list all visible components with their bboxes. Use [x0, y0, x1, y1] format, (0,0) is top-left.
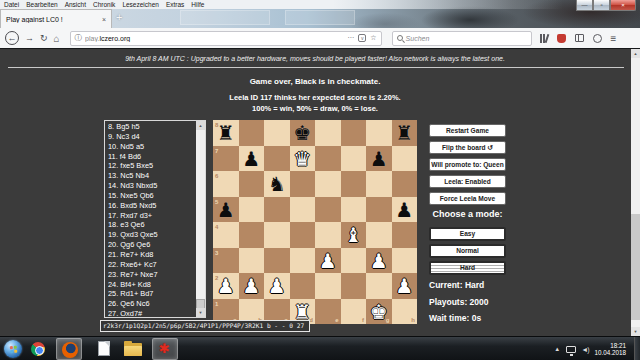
square-b7[interactable]: ♟: [239, 146, 265, 172]
ublock-icon[interactable]: [557, 34, 566, 43]
rank-label: 3: [215, 250, 218, 256]
tray-expand-icon[interactable]: ▲: [554, 346, 560, 352]
tab-title: Play against LC0 !: [6, 16, 102, 23]
menu-item-ansicht[interactable]: Ansicht: [65, 0, 86, 9]
score-hint: 100% = win, 50% = draw, 0% = lose.: [0, 104, 630, 113]
square-f7[interactable]: [341, 146, 367, 172]
rank-label: 1: [215, 301, 218, 307]
start-button[interactable]: [4, 340, 22, 358]
clock-date: 10.04.2018: [594, 349, 626, 357]
piece-wp: ♟: [366, 248, 392, 274]
square-d3[interactable]: [290, 248, 316, 274]
square-d8[interactable]: ♚: [290, 120, 316, 146]
page-content: 9th April 8 AM UTC : Upgraded to a bette…: [0, 49, 640, 336]
library-icon[interactable]: [540, 34, 548, 43]
piece-bp: ♟: [392, 197, 418, 223]
square-c4[interactable]: [264, 222, 290, 248]
leela-enabled-button[interactable]: Leela: Enabled: [429, 175, 506, 188]
taskbar: ✱ ▲ ◄) 18:21 10.04.2018: [0, 336, 640, 360]
move-list-text: 8. Bg5 h5 9. Nc3 d4 10. Nd5 a5 11. f4 Bd…: [108, 122, 194, 316]
square-b2[interactable]: ♟: [239, 273, 265, 299]
menu-bar: DateiBearbeitenAnsichtChronikLesezeichen…: [0, 0, 640, 9]
piece-wk: ♚: [366, 299, 392, 325]
rank-label: 4: [215, 224, 218, 230]
back-icon[interactable]: ←: [5, 31, 19, 45]
site-info-icon[interactable]: ⓘ: [75, 33, 83, 43]
screen: DateiBearbeitenAnsichtChronikLesezeichen…: [0, 0, 640, 360]
url-bar[interactable]: ⓘ play.lczero.org ⋯ ∨ ☆: [70, 31, 382, 46]
toolbar-icons: ≡: [540, 33, 623, 44]
page-actions-icon[interactable]: ⋯: [347, 34, 354, 42]
square-h5[interactable]: ♟: [392, 197, 418, 223]
wait-time-label: Wait time: 0s: [429, 313, 481, 323]
scrollbar-thumb[interactable]: [631, 214, 640, 320]
reload-icon[interactable]: ↻: [40, 33, 48, 43]
search-placeholder: Suchen: [406, 35, 430, 42]
piece-br: ♜: [213, 120, 239, 146]
square-c5[interactable]: [264, 197, 290, 223]
square-e2[interactable]: [315, 273, 341, 299]
menu-hamburger-icon[interactable]: ≡: [611, 33, 617, 44]
square-b3[interactable]: [239, 248, 265, 274]
firefox-icon: [62, 342, 78, 358]
square-g3[interactable]: ♟: [366, 248, 392, 274]
piece-bp: ♟: [213, 197, 239, 223]
piece-wp: ♟: [239, 273, 265, 299]
flip-the-board-button[interactable]: Flip the board ↺: [429, 141, 506, 154]
piece-br: ♜: [392, 120, 418, 146]
fen-input[interactable]: r2k3r/1p1Q2p1/2n5/p6p/5B2/4P1P1/PPP4P/3R…: [100, 320, 310, 332]
mode-heading: Choose a mode:: [429, 209, 506, 219]
taskbar-clock[interactable]: 18:21 10.04.2018: [594, 342, 626, 357]
scroll-down-icon[interactable]: ▼: [631, 327, 640, 336]
score-heading: Leela ID 117 thinks her expected score i…: [0, 93, 630, 102]
extension-icon[interactable]: [593, 34, 602, 43]
scroll-up-icon[interactable]: ▲: [631, 49, 640, 58]
square-h8[interactable]: ♜: [392, 120, 418, 146]
tab-close-icon[interactable]: ×: [102, 16, 106, 23]
nav-toolbar: ← → ↻ ⌂ ⓘ play.lczero.org ⋯ ∨ ☆ Suchen ≡: [0, 28, 640, 49]
square-b5[interactable]: [239, 197, 265, 223]
scroll-down-icon[interactable]: ▼: [196, 308, 205, 317]
red-app-icon: ✱: [159, 341, 170, 356]
square-d2[interactable]: [290, 273, 316, 299]
mode-hard-button[interactable]: Hard: [429, 261, 506, 275]
page-scrollbar[interactable]: ▲ ▼: [631, 49, 640, 336]
piece-bp: ♟: [239, 146, 265, 172]
square-d5[interactable]: [290, 197, 316, 223]
browser-tab[interactable]: Play against LC0 ! ×: [0, 9, 112, 28]
square-a7[interactable]: 7: [213, 146, 239, 172]
square-g1[interactable]: g♚: [366, 299, 392, 325]
app-taskbar-button[interactable]: ✱: [152, 338, 178, 360]
url-text: play.lczero.org: [85, 35, 343, 42]
home-icon[interactable]: ⌂: [54, 33, 60, 44]
chess-board: 8♜♚♜7♟♛♟6♞5♟♟4♝3♟♟2♟♟♟♟1abcd♜efg♚h: [213, 120, 417, 324]
square-h7[interactable]: [392, 146, 418, 172]
divider: [8, 67, 624, 68]
clock-time: 18:21: [594, 342, 626, 350]
menu-item-extras[interactable]: Extras: [166, 0, 184, 9]
square-e6[interactable]: [315, 171, 341, 197]
mode-easy-button[interactable]: Easy: [429, 227, 506, 241]
square-b6[interactable]: [239, 171, 265, 197]
file-label: f: [362, 317, 364, 323]
playouts-label: Playouts: 2000: [429, 297, 489, 307]
square-f8[interactable]: [341, 120, 367, 146]
scroll-up-icon[interactable]: ▲: [196, 121, 205, 130]
maximize-button[interactable]: ▫: [593, 0, 610, 11]
search-icon: [397, 35, 403, 41]
move-list-scrollbar[interactable]: ▲ ▼: [196, 121, 205, 317]
piece-bk: ♚: [290, 120, 316, 146]
square-e8[interactable]: [315, 120, 341, 146]
rank-label: 6: [215, 173, 218, 179]
rank-label: 7: [215, 148, 218, 154]
menu-item-datei[interactable]: Datei: [4, 0, 19, 9]
site-notice: 9th April 8 AM UTC : Upgraded to a bette…: [0, 55, 630, 62]
url-domain: lczero.org: [99, 35, 130, 42]
restart-game-button[interactable]: Restart Game: [429, 124, 506, 137]
square-a3[interactable]: 3: [213, 248, 239, 274]
square-f6[interactable]: [341, 171, 367, 197]
piece-bp: ♟: [366, 146, 392, 172]
windows-logo-icon: [9, 345, 18, 354]
square-e4[interactable]: [315, 222, 341, 248]
square-f2[interactable]: [341, 273, 367, 299]
piece-wq: ♛: [290, 146, 316, 172]
square-g6[interactable]: [366, 171, 392, 197]
wallpaper-blob: [180, 10, 270, 25]
menu-item-bearbeiten[interactable]: Bearbeiten: [26, 0, 57, 9]
will-promote-to-queen-button[interactable]: Will promote to: Queen: [429, 158, 506, 171]
square-c6[interactable]: ♞: [264, 171, 290, 197]
piece-wp: ♟: [315, 248, 341, 274]
close-button[interactable]: ×: [610, 0, 636, 11]
square-f3[interactable]: [341, 248, 367, 274]
square-b8[interactable]: [239, 120, 265, 146]
square-a2[interactable]: 2♟: [213, 273, 239, 299]
square-g7[interactable]: ♟: [366, 146, 392, 172]
piece-wp: ♟: [213, 273, 239, 299]
window-controls: — ▫ ×: [576, 0, 636, 11]
pocket-icon[interactable]: ∨: [358, 34, 366, 42]
system-tray: ▲ ◄) 18:21 10.04.2018: [554, 337, 640, 360]
document-icon[interactable]: [98, 341, 110, 356]
piece-wp: ♟: [264, 273, 290, 299]
square-c3[interactable]: [264, 248, 290, 274]
volume-icon[interactable]: ◄): [581, 346, 588, 353]
mode-normal-button[interactable]: Normal: [429, 244, 506, 258]
move-list[interactable]: 8. Bg5 h5 9. Nc3 d4 10. Nd5 a5 11. f4 Bd…: [104, 120, 206, 318]
network-display-icon[interactable]: [566, 346, 576, 353]
firefox-taskbar-button[interactable]: [56, 338, 82, 360]
square-c7[interactable]: [264, 146, 290, 172]
square-g4[interactable]: [366, 222, 392, 248]
square-d7[interactable]: ♛: [290, 146, 316, 172]
current-mode-label: Current: Hard: [429, 280, 484, 290]
square-g8[interactable]: [366, 120, 392, 146]
piece-wp: ♟: [392, 273, 418, 299]
square-h3[interactable]: [392, 248, 418, 274]
bookmark-star-icon[interactable]: ☆: [370, 34, 376, 42]
square-f5[interactable]: [341, 197, 367, 223]
wallpaper-blob: [285, 10, 355, 25]
chrome-icon[interactable]: [31, 342, 45, 356]
search-bar[interactable]: Suchen: [392, 31, 532, 46]
file-label: e: [335, 317, 338, 323]
square-h6[interactable]: [392, 171, 418, 197]
square-h1[interactable]: h: [392, 299, 418, 325]
minimize-button[interactable]: —: [576, 0, 593, 11]
square-c8[interactable]: [264, 120, 290, 146]
square-g5[interactable]: [366, 197, 392, 223]
square-f4[interactable]: ♝: [341, 222, 367, 248]
url-prefix: play.: [85, 35, 99, 42]
square-c2[interactable]: ♟: [264, 273, 290, 299]
square-a8[interactable]: 8♜: [213, 120, 239, 146]
square-g2[interactable]: [366, 273, 392, 299]
menu-item-hilfe[interactable]: Hilfe: [191, 0, 204, 9]
menu-item-chronik[interactable]: Chronik: [93, 0, 115, 9]
forward-icon[interactable]: →: [25, 33, 34, 43]
square-h2[interactable]: ♟: [392, 273, 418, 299]
sidebar-icon[interactable]: [575, 34, 584, 42]
piece-wb: ♝: [341, 222, 367, 248]
show-desktop-button[interactable]: [634, 337, 640, 360]
menu-item-lesezeichen[interactable]: Lesezeichen: [122, 0, 159, 9]
square-h4[interactable]: [392, 222, 418, 248]
square-e5[interactable]: [315, 197, 341, 223]
square-a4[interactable]: 4: [213, 222, 239, 248]
square-e3[interactable]: ♟: [315, 248, 341, 274]
force-leela-move-button[interactable]: Force Leela Move: [429, 192, 506, 205]
square-d6[interactable]: [290, 171, 316, 197]
new-tab-button[interactable]: +: [116, 11, 122, 23]
square-f1[interactable]: f: [341, 299, 367, 325]
square-a6[interactable]: 6: [213, 171, 239, 197]
game-status-heading: Game over, Black is in checkmate.: [0, 77, 630, 86]
file-label: h: [411, 317, 415, 323]
square-b4[interactable]: [239, 222, 265, 248]
square-d4[interactable]: [290, 222, 316, 248]
piece-bn: ♞: [264, 171, 290, 197]
window-titlebar: DateiBearbeitenAnsichtChronikLesezeichen…: [0, 0, 640, 28]
square-e7[interactable]: [315, 146, 341, 172]
square-a5[interactable]: 5♟: [213, 197, 239, 223]
explorer-folder-icon[interactable]: [124, 343, 142, 356]
square-e1[interactable]: e: [315, 299, 341, 325]
